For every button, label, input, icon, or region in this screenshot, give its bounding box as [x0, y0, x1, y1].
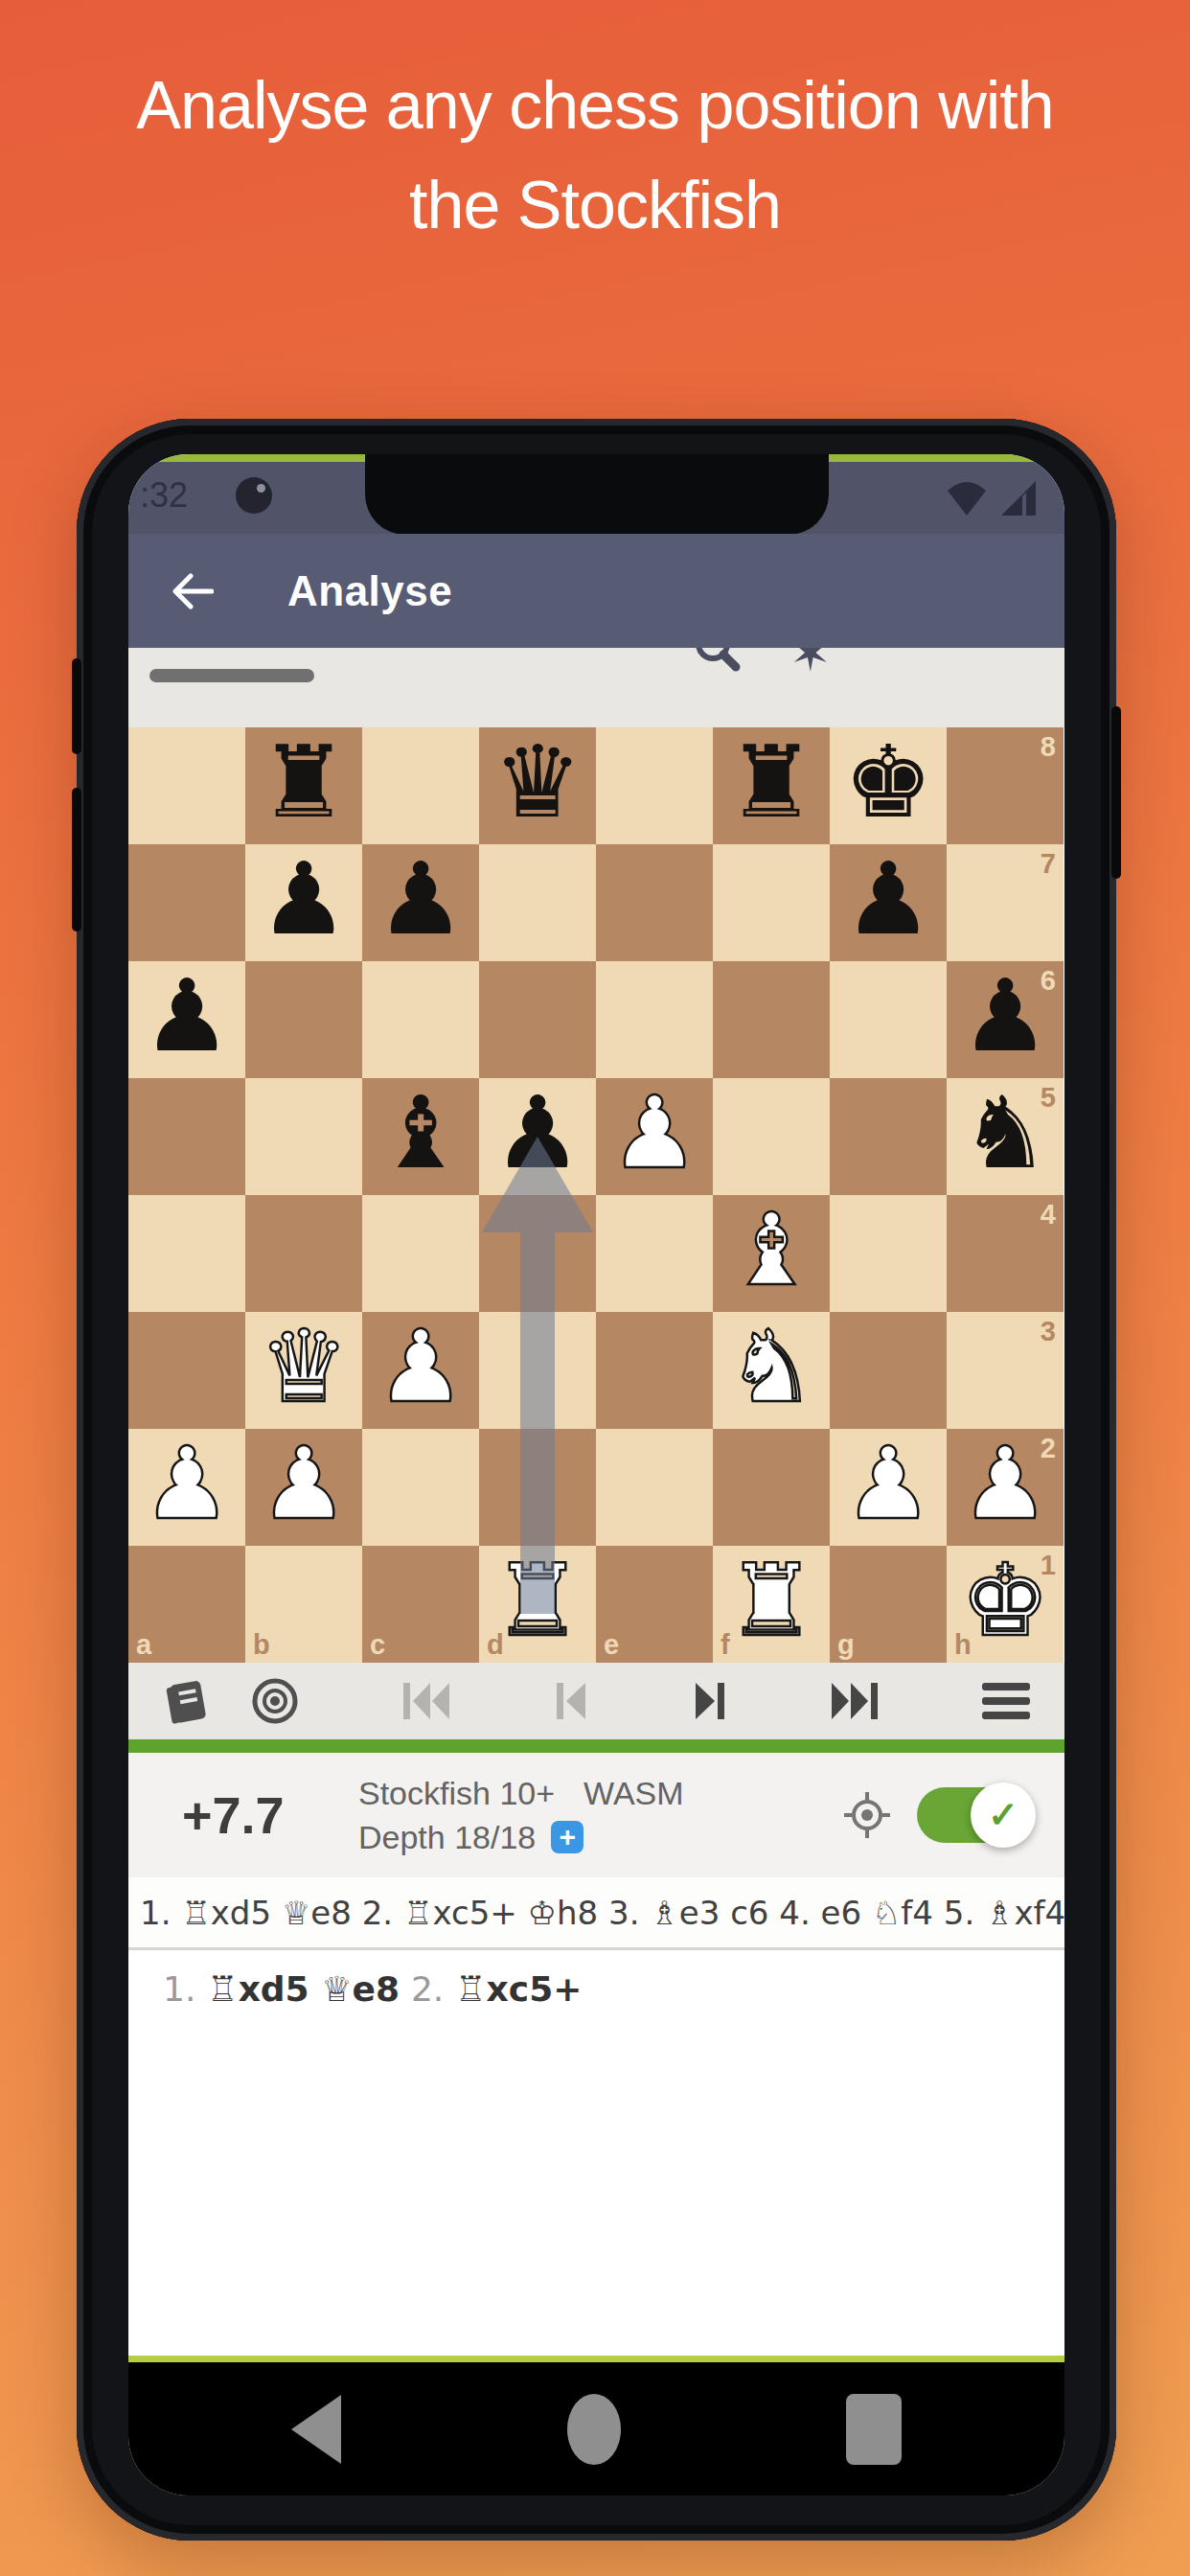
white-pawn: ♟ [960, 1434, 1049, 1533]
nav-recents-icon[interactable] [846, 2394, 902, 2465]
chess-board[interactable]: ♜♛♜♚8♟♟♟7♟♟6♝♟♟♞5♝4♛♟♞3♟♟♟♟2abc♜de♜fg♚1h [128, 727, 1064, 1663]
black-rook: ♜ [259, 732, 348, 832]
square-d4[interactable] [479, 1195, 596, 1312]
sheet-handle-bar: ✶ [128, 648, 1064, 727]
search-icon[interactable] [692, 648, 742, 677]
square-e2[interactable] [596, 1429, 713, 1546]
rank-label: 5 [1041, 1082, 1056, 1114]
square-b6[interactable] [245, 961, 362, 1078]
engine-depth: Depth 18/18 [358, 1815, 536, 1859]
rank-label: 4 [1041, 1199, 1056, 1230]
rank-label: 2 [1041, 1433, 1056, 1464]
wifi-icon [946, 479, 988, 517]
square-b1[interactable]: b [245, 1546, 362, 1663]
step-forward-icon[interactable] [690, 1677, 728, 1725]
move-list: 1.♖xd5 ♕e82.♖xc5+ [128, 1950, 1064, 2027]
engine-line-bar[interactable]: 1. ♖xd5 ♕e8 2. ♖xc5+ ♔h8 3. ♗e3 c6 4. e6… [128, 1877, 1064, 1950]
rank-label: 7 [1041, 848, 1056, 880]
square-d8[interactable]: ♛ [479, 727, 596, 844]
square-c3[interactable]: ♟ [362, 1312, 479, 1429]
square-b8[interactable]: ♜ [245, 727, 362, 844]
square-f3[interactable]: ♞ [713, 1312, 830, 1429]
square-g4[interactable] [830, 1195, 947, 1312]
square-d2[interactable] [479, 1429, 596, 1546]
engine-runtime: WASM [584, 1771, 684, 1815]
phone-frame: :32 An [77, 419, 1116, 2541]
square-a8[interactable] [128, 727, 245, 844]
white-rook: ♜ [726, 1551, 815, 1650]
move-number: 2. [411, 1969, 444, 2009]
volume-up-button [72, 658, 81, 754]
engine-toggle[interactable]: ✓ [917, 1787, 1030, 1843]
square-d6[interactable] [479, 961, 596, 1078]
square-h7[interactable]: 7 [947, 844, 1064, 961]
nav-back-icon[interactable] [291, 2395, 341, 2464]
square-a6[interactable]: ♟ [128, 961, 245, 1078]
black-rook: ♜ [726, 732, 815, 832]
arrow-left-icon [170, 572, 214, 610]
engine-panel: +7.7 Stockfish 10+ WASM Depth 18/18 + [128, 1753, 1064, 1877]
square-g6[interactable] [830, 961, 947, 1078]
square-g1[interactable]: g [830, 1546, 947, 1663]
square-e4[interactable] [596, 1195, 713, 1312]
square-h6[interactable]: ♟6 [947, 961, 1064, 1078]
square-h2[interactable]: ♟2 [947, 1429, 1064, 1546]
hero-title: Analyse any chess position with the Stoc… [0, 56, 1190, 255]
square-c7[interactable]: ♟ [362, 844, 479, 961]
black-pawn: ♟ [492, 1083, 582, 1183]
white-king: ♚ [960, 1551, 1049, 1650]
notification-icon [236, 477, 272, 514]
square-d3[interactable] [479, 1312, 596, 1429]
square-c5[interactable]: ♝ [362, 1078, 479, 1195]
engine-line-moves: 1. ♖xd5 ♕e8 2. ♖xc5+ ♔h8 3. ♗e3 c6 4. e6… [140, 1894, 1064, 1932]
square-g7[interactable]: ♟ [830, 844, 947, 961]
cell-signal-icon [997, 479, 1040, 517]
square-f6[interactable] [713, 961, 830, 1078]
white-pawn: ♟ [259, 1434, 348, 1533]
menu-icon[interactable] [980, 1679, 1032, 1723]
file-label: f [721, 1629, 730, 1661]
square-h1[interactable]: ♚1h [947, 1546, 1064, 1663]
square-e3[interactable] [596, 1312, 713, 1429]
square-d1[interactable]: ♜d [479, 1546, 596, 1663]
goal-target-icon[interactable] [249, 1675, 301, 1727]
square-e6[interactable] [596, 961, 713, 1078]
crosshair-icon[interactable] [842, 1790, 892, 1840]
square-c4[interactable] [362, 1195, 479, 1312]
square-f7[interactable] [713, 844, 830, 961]
square-g2[interactable]: ♟ [830, 1429, 947, 1546]
square-f1[interactable]: ♜f [713, 1546, 830, 1663]
app-header: Analyse [128, 534, 1064, 648]
square-c1[interactable]: c [362, 1546, 479, 1663]
skip-to-end-icon[interactable] [826, 1677, 881, 1725]
black-knight: ♞ [960, 1083, 1049, 1183]
page-title: Analyse [287, 567, 452, 615]
opening-book-icon[interactable] [161, 1675, 213, 1727]
analysis-toolbar [128, 1663, 1064, 1739]
black-pawn: ♟ [960, 966, 1049, 1066]
black-pawn: ♟ [142, 966, 231, 1066]
file-label: c [370, 1629, 385, 1661]
black-queen: ♛ [492, 732, 582, 832]
volume-down-button [72, 788, 81, 931]
white-pawn: ♟ [142, 1434, 231, 1533]
white-pawn: ♟ [376, 1317, 465, 1416]
skip-to-start-icon[interactable] [400, 1677, 455, 1725]
bottom-edge-strip [128, 2356, 1064, 2362]
square-h3[interactable]: 3 [947, 1312, 1064, 1429]
white-pawn: ♟ [843, 1434, 932, 1533]
square-e5[interactable]: ♟ [596, 1078, 713, 1195]
square-f4[interactable]: ♝ [713, 1195, 830, 1312]
square-e8[interactable] [596, 727, 713, 844]
app-store-screenshot: Analyse any chess position with the Stoc… [0, 0, 1190, 2576]
file-label: g [837, 1629, 855, 1661]
square-d5[interactable]: ♟ [479, 1078, 596, 1195]
file-label: d [487, 1629, 504, 1661]
status-time: :32 [140, 475, 188, 516]
phone-notch [365, 454, 829, 535]
engine-toggle-thumb: ✓ [971, 1782, 1036, 1848]
file-label: a [136, 1629, 151, 1661]
square-a1[interactable]: a [128, 1546, 245, 1663]
square-f8[interactable]: ♜ [713, 727, 830, 844]
square-h5[interactable]: ♞5 [947, 1078, 1064, 1195]
square-a5[interactable] [128, 1078, 245, 1195]
square-c8[interactable] [362, 727, 479, 844]
drag-handle[interactable] [149, 669, 314, 682]
square-c2[interactable] [362, 1429, 479, 1546]
rank-label: 6 [1041, 965, 1056, 997]
square-b3[interactable]: ♛ [245, 1312, 362, 1429]
square-h4[interactable]: 4 [947, 1195, 1064, 1312]
square-h8[interactable]: 8 [947, 727, 1064, 844]
hero-title-line2: the Stockfish [0, 155, 1190, 255]
square-a2[interactable]: ♟ [128, 1429, 245, 1546]
hero-title-line1: Analyse any chess position with [0, 56, 1190, 155]
move-san[interactable]: ♖xd5 ♕e8 [207, 1969, 400, 2009]
rank-label: 3 [1041, 1316, 1056, 1347]
white-pawn: ♟ [609, 1083, 698, 1183]
phone-screen: :32 An [128, 454, 1064, 2495]
square-a4[interactable] [128, 1195, 245, 1312]
black-pawn: ♟ [259, 849, 348, 949]
white-knight: ♞ [726, 1317, 815, 1416]
file-label: h [954, 1629, 972, 1661]
square-b5[interactable] [245, 1078, 362, 1195]
white-bishop: ♝ [726, 1200, 815, 1299]
engine-name: Stockfish 10+ [358, 1771, 555, 1815]
back-button[interactable] [167, 566, 217, 616]
power-button [1111, 706, 1121, 879]
black-king: ♚ [843, 732, 932, 832]
black-bishop: ♝ [376, 1083, 465, 1183]
eval-score: +7.7 [182, 1785, 335, 1845]
square-f2[interactable] [713, 1429, 830, 1546]
file-label: e [604, 1629, 619, 1661]
square-c6[interactable] [362, 961, 479, 1078]
square-b2[interactable]: ♟ [245, 1429, 362, 1546]
move-number: 1. [163, 1969, 195, 2009]
android-nav-bar [128, 2362, 1064, 2495]
tools-icon[interactable]: ✶ [790, 648, 832, 682]
white-queen: ♛ [259, 1317, 348, 1416]
square-g8[interactable]: ♚ [830, 727, 947, 844]
step-back-icon[interactable] [553, 1677, 591, 1725]
add-depth-button[interactable]: + [551, 1821, 584, 1853]
square-a3[interactable] [128, 1312, 245, 1429]
square-g5[interactable] [830, 1078, 947, 1195]
square-g3[interactable] [830, 1312, 947, 1429]
nav-home-icon[interactable] [567, 2394, 621, 2465]
square-b7[interactable]: ♟ [245, 844, 362, 961]
white-rook: ♜ [492, 1551, 582, 1650]
file-label: b [253, 1629, 270, 1661]
rank-label: 8 [1041, 731, 1056, 763]
square-b4[interactable] [245, 1195, 362, 1312]
move-san[interactable]: ♖xc5+ [455, 1969, 582, 2009]
black-pawn: ♟ [376, 849, 465, 949]
square-e7[interactable] [596, 844, 713, 961]
square-a7[interactable] [128, 844, 245, 961]
rank-label: 1 [1041, 1550, 1056, 1581]
square-e1[interactable]: e [596, 1546, 713, 1663]
engine-progress-bar [128, 1739, 1064, 1753]
square-f5[interactable] [713, 1078, 830, 1195]
black-pawn: ♟ [843, 849, 932, 949]
square-d7[interactable] [479, 844, 596, 961]
